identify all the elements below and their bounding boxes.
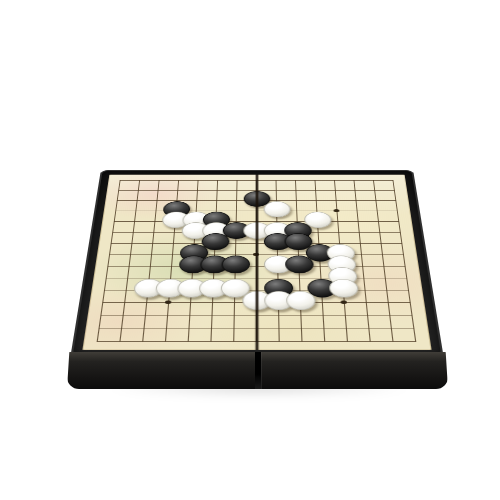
board-surface xyxy=(82,175,431,351)
fold-seam xyxy=(255,175,259,351)
stone-black xyxy=(221,256,250,274)
star-point xyxy=(165,300,172,304)
stone-white xyxy=(264,201,291,217)
stone-white xyxy=(329,279,359,298)
star-point xyxy=(333,209,339,212)
board-base xyxy=(70,170,443,357)
board-front-edge xyxy=(67,352,448,389)
front-edge-seam xyxy=(255,352,261,389)
stone-black xyxy=(285,256,314,274)
product-photo xyxy=(0,0,500,500)
go-board-scene xyxy=(0,0,500,500)
stone-white xyxy=(286,291,316,310)
star-point xyxy=(341,300,348,304)
